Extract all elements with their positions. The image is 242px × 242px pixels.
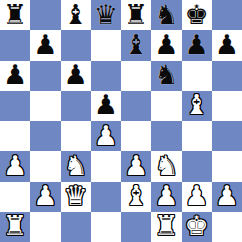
square-c2[interactable]: ♛ bbox=[61, 182, 91, 212]
square-b1[interactable] bbox=[30, 212, 60, 242]
square-c1[interactable] bbox=[61, 212, 91, 242]
square-g3[interactable] bbox=[182, 151, 212, 181]
square-d4[interactable]: ♟ bbox=[91, 121, 121, 151]
square-h8[interactable] bbox=[212, 0, 242, 30]
square-f7[interactable]: ♟ bbox=[151, 30, 181, 60]
square-e6[interactable] bbox=[121, 61, 151, 91]
square-b7[interactable]: ♟ bbox=[30, 30, 60, 60]
piece-white-pawn-icon: ♟ bbox=[215, 182, 239, 209]
piece-black-rook-icon: ♜ bbox=[3, 1, 27, 28]
piece-white-pawn-icon: ♟ bbox=[124, 152, 148, 179]
square-c4[interactable] bbox=[61, 121, 91, 151]
piece-white-knight-icon: ♞ bbox=[64, 152, 88, 179]
square-b2[interactable]: ♟ bbox=[30, 182, 60, 212]
chess-board: ♜♝♛♜♞♚♟♝♟♟♟♟♟♞♟♝♟♟♞♟♞♟♛♝♟♟♟♜♜♚ bbox=[0, 0, 242, 242]
chess-board-container: ♜♝♛♜♞♚♟♝♟♟♟♟♟♞♟♝♟♟♞♟♞♟♛♝♟♟♟♜♜♚ bbox=[0, 0, 242, 242]
piece-black-pawn-icon: ♟ bbox=[94, 91, 118, 118]
square-f6[interactable]: ♞ bbox=[151, 61, 181, 91]
square-d1[interactable] bbox=[91, 212, 121, 242]
square-e3[interactable]: ♟ bbox=[121, 151, 151, 181]
square-h7[interactable]: ♟ bbox=[212, 30, 242, 60]
square-a7[interactable] bbox=[0, 30, 30, 60]
square-e7[interactable]: ♝ bbox=[121, 30, 151, 60]
square-g8[interactable]: ♚ bbox=[182, 0, 212, 30]
square-b6[interactable] bbox=[30, 61, 60, 91]
piece-black-queen-icon: ♛ bbox=[94, 1, 118, 28]
square-g5[interactable]: ♝ bbox=[182, 91, 212, 121]
piece-white-king-icon: ♚ bbox=[185, 212, 209, 239]
square-a3[interactable]: ♟ bbox=[0, 151, 30, 181]
square-e5[interactable] bbox=[121, 91, 151, 121]
square-a5[interactable] bbox=[0, 91, 30, 121]
piece-white-knight-icon: ♞ bbox=[154, 152, 178, 179]
square-d2[interactable] bbox=[91, 182, 121, 212]
square-e2[interactable]: ♝ bbox=[121, 182, 151, 212]
piece-white-pawn-icon: ♟ bbox=[94, 122, 118, 149]
square-a2[interactable] bbox=[0, 182, 30, 212]
square-g4[interactable] bbox=[182, 121, 212, 151]
piece-white-rook-icon: ♜ bbox=[3, 212, 27, 239]
square-a8[interactable]: ♜ bbox=[0, 0, 30, 30]
square-d5[interactable]: ♟ bbox=[91, 91, 121, 121]
piece-black-king-icon: ♚ bbox=[185, 1, 209, 28]
square-d6[interactable] bbox=[91, 61, 121, 91]
piece-black-rook-icon: ♜ bbox=[124, 1, 148, 28]
square-h6[interactable] bbox=[212, 61, 242, 91]
piece-white-queen-icon: ♛ bbox=[64, 182, 88, 209]
square-d7[interactable] bbox=[91, 30, 121, 60]
piece-white-bishop-icon: ♝ bbox=[185, 91, 209, 118]
piece-black-pawn-icon: ♟ bbox=[154, 31, 178, 58]
square-c8[interactable]: ♝ bbox=[61, 0, 91, 30]
square-c6[interactable]: ♟ bbox=[61, 61, 91, 91]
square-b4[interactable] bbox=[30, 121, 60, 151]
square-c7[interactable] bbox=[61, 30, 91, 60]
square-f8[interactable]: ♞ bbox=[151, 0, 181, 30]
piece-black-pawn-icon: ♟ bbox=[215, 31, 239, 58]
square-g1[interactable]: ♚ bbox=[182, 212, 212, 242]
square-h4[interactable] bbox=[212, 121, 242, 151]
piece-white-pawn-icon: ♟ bbox=[33, 182, 57, 209]
piece-white-rook-icon: ♜ bbox=[154, 212, 178, 239]
piece-black-pawn-icon: ♟ bbox=[33, 31, 57, 58]
piece-black-bishop-icon: ♝ bbox=[124, 31, 148, 58]
piece-black-pawn-icon: ♟ bbox=[185, 31, 209, 58]
piece-black-knight-icon: ♞ bbox=[154, 61, 178, 88]
square-f4[interactable] bbox=[151, 121, 181, 151]
square-d8[interactable]: ♛ bbox=[91, 0, 121, 30]
square-g6[interactable] bbox=[182, 61, 212, 91]
piece-black-pawn-icon: ♟ bbox=[64, 61, 88, 88]
square-b5[interactable] bbox=[30, 91, 60, 121]
piece-black-pawn-icon: ♟ bbox=[3, 61, 27, 88]
piece-white-pawn-icon: ♟ bbox=[3, 152, 27, 179]
square-c3[interactable]: ♞ bbox=[61, 151, 91, 181]
square-d3[interactable] bbox=[91, 151, 121, 181]
square-e8[interactable]: ♜ bbox=[121, 0, 151, 30]
piece-black-bishop-icon: ♝ bbox=[64, 1, 88, 28]
square-a1[interactable]: ♜ bbox=[0, 212, 30, 242]
square-c5[interactable] bbox=[61, 91, 91, 121]
piece-black-knight-icon: ♞ bbox=[154, 1, 178, 28]
square-e4[interactable] bbox=[121, 121, 151, 151]
square-h5[interactable] bbox=[212, 91, 242, 121]
square-b8[interactable] bbox=[30, 0, 60, 30]
square-e1[interactable] bbox=[121, 212, 151, 242]
square-h2[interactable]: ♟ bbox=[212, 182, 242, 212]
square-g7[interactable]: ♟ bbox=[182, 30, 212, 60]
square-f2[interactable]: ♟ bbox=[151, 182, 181, 212]
square-f5[interactable] bbox=[151, 91, 181, 121]
square-a4[interactable] bbox=[0, 121, 30, 151]
square-h1[interactable] bbox=[212, 212, 242, 242]
piece-white-pawn-icon: ♟ bbox=[185, 182, 209, 209]
square-h3[interactable] bbox=[212, 151, 242, 181]
square-b3[interactable] bbox=[30, 151, 60, 181]
square-a6[interactable]: ♟ bbox=[0, 61, 30, 91]
piece-white-pawn-icon: ♟ bbox=[154, 182, 178, 209]
piece-white-bishop-icon: ♝ bbox=[124, 182, 148, 209]
square-f3[interactable]: ♞ bbox=[151, 151, 181, 181]
square-f1[interactable]: ♜ bbox=[151, 212, 181, 242]
square-g2[interactable]: ♟ bbox=[182, 182, 212, 212]
